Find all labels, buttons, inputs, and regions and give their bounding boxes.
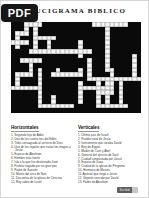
clues-section: Horizontales 1. Segundo hijo de Adán2. U… xyxy=(11,115,145,185)
crossword-grid xyxy=(11,22,141,113)
across-clues-column: Horizontales 1. Segundo hijo de Adán2. U… xyxy=(11,115,71,185)
down-header: Verticales xyxy=(78,125,99,132)
clue-item: 13. Padre de Abraham xyxy=(78,181,145,185)
across-list: 1. Segundo hijo de Adán2. Uno de los cua… xyxy=(11,134,71,185)
grid-cell xyxy=(137,108,141,113)
document-preview[interactable]: PDF CRUCIGRAMA BIBLICO Horizontales 1. S… xyxy=(0,0,149,198)
down-list: 1. Último juez de Israel2. Pueblo natal … xyxy=(78,134,145,185)
scribd-logo[interactable]: Scribd xyxy=(117,187,138,193)
across-header: Horizontales xyxy=(11,125,39,132)
scribd-logo-text: Scribd xyxy=(117,187,132,193)
clue-item: 12. Rey sabio de Israel xyxy=(11,181,71,185)
scribd-logo-accent xyxy=(132,187,138,193)
down-clues-column: Verticales 1. Último juez de Israel2. Pu… xyxy=(78,115,145,185)
pdf-badge: PDF xyxy=(1,4,38,22)
pdf-badge-label: PDF xyxy=(8,7,32,19)
